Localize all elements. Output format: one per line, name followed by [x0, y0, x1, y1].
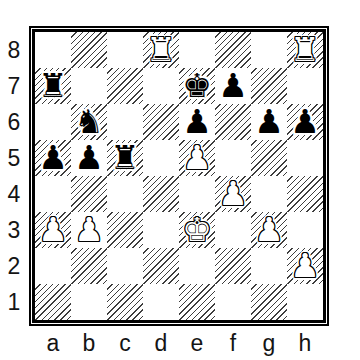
square-b5[interactable]: ♟	[71, 140, 107, 176]
square-c8[interactable]	[107, 32, 143, 68]
white-pawn-b3[interactable]: ♟	[74, 212, 104, 248]
square-g6[interactable]: ♟	[251, 104, 287, 140]
rank-label-1: 1	[2, 284, 26, 320]
square-h2[interactable]: ♟	[287, 248, 323, 284]
black-pawn-a5[interactable]: ♟	[38, 140, 68, 176]
black-pawn-f7[interactable]: ♟	[218, 68, 248, 104]
square-h7[interactable]	[287, 68, 323, 104]
white-pawn-g3[interactable]: ♟	[254, 212, 284, 248]
square-b8[interactable]	[71, 32, 107, 68]
board-inner-border: ♜♜♜♚♟♞♟♟♟♟♟♜♟♟♟♟♚♟♟	[32, 29, 326, 323]
square-c7[interactable]	[107, 68, 143, 104]
black-pawn-e6[interactable]: ♟	[182, 104, 212, 140]
square-b7[interactable]	[71, 68, 107, 104]
white-king-e3[interactable]: ♚	[182, 212, 212, 248]
square-d2[interactable]	[143, 248, 179, 284]
square-b2[interactable]	[71, 248, 107, 284]
white-pawn-a3[interactable]: ♟	[38, 212, 68, 248]
square-g3[interactable]: ♟	[251, 212, 287, 248]
square-e7[interactable]: ♚	[179, 68, 215, 104]
square-a3[interactable]: ♟	[35, 212, 71, 248]
square-f7[interactable]: ♟	[215, 68, 251, 104]
file-label-g: g	[251, 329, 287, 357]
square-b3[interactable]: ♟	[71, 212, 107, 248]
rank-label-7: 7	[2, 68, 26, 104]
chess-board: ♜♜♜♚♟♞♟♟♟♟♟♜♟♟♟♟♚♟♟	[35, 32, 323, 320]
square-e5[interactable]: ♟	[179, 140, 215, 176]
square-e3[interactable]: ♚	[179, 212, 215, 248]
square-d8[interactable]: ♜	[143, 32, 179, 68]
square-f5[interactable]	[215, 140, 251, 176]
file-label-d: d	[143, 329, 179, 357]
square-g2[interactable]	[251, 248, 287, 284]
square-d7[interactable]	[143, 68, 179, 104]
square-f3[interactable]	[215, 212, 251, 248]
black-pawn-g6[interactable]: ♟	[254, 104, 284, 140]
square-a1[interactable]	[35, 284, 71, 320]
square-d5[interactable]	[143, 140, 179, 176]
square-f2[interactable]	[215, 248, 251, 284]
file-labels: abcdefgh	[35, 329, 323, 357]
square-a2[interactable]	[35, 248, 71, 284]
file-label-h: h	[287, 329, 323, 357]
square-h4[interactable]	[287, 176, 323, 212]
file-label-b: b	[71, 329, 107, 357]
square-a6[interactable]	[35, 104, 71, 140]
black-knight-b6[interactable]: ♞	[74, 104, 104, 140]
black-rook-a7[interactable]: ♜	[38, 68, 68, 104]
square-e6[interactable]: ♟	[179, 104, 215, 140]
square-f6[interactable]	[215, 104, 251, 140]
file-label-a: a	[35, 329, 71, 357]
square-b6[interactable]: ♞	[71, 104, 107, 140]
square-f1[interactable]	[215, 284, 251, 320]
white-pawn-e5[interactable]: ♟	[182, 140, 212, 176]
square-g8[interactable]	[251, 32, 287, 68]
square-h8[interactable]: ♜	[287, 32, 323, 68]
rank-labels: 87654321	[2, 32, 26, 320]
rank-label-6: 6	[2, 104, 26, 140]
square-e1[interactable]	[179, 284, 215, 320]
rank-label-3: 3	[2, 212, 26, 248]
square-d3[interactable]	[143, 212, 179, 248]
chess-diagram: 87654321 ♜♜♜♚♟♞♟♟♟♟♟♜♟♟♟♟♚♟♟ abcdefgh	[0, 0, 360, 360]
square-d1[interactable]	[143, 284, 179, 320]
square-e8[interactable]	[179, 32, 215, 68]
square-h6[interactable]: ♟	[287, 104, 323, 140]
board-frame: ♜♜♜♚♟♞♟♟♟♟♟♜♟♟♟♟♚♟♟	[29, 26, 329, 326]
square-f4[interactable]: ♟	[215, 176, 251, 212]
square-d6[interactable]	[143, 104, 179, 140]
square-b4[interactable]	[71, 176, 107, 212]
square-g7[interactable]	[251, 68, 287, 104]
white-rook-h8[interactable]: ♜	[290, 32, 320, 68]
black-pawn-h6[interactable]: ♟	[290, 104, 320, 140]
file-label-c: c	[107, 329, 143, 357]
square-f8[interactable]	[215, 32, 251, 68]
black-rook-c5[interactable]: ♜	[110, 140, 140, 176]
square-e2[interactable]	[179, 248, 215, 284]
square-c1[interactable]	[107, 284, 143, 320]
black-king-e7[interactable]: ♚	[182, 68, 212, 104]
square-g5[interactable]	[251, 140, 287, 176]
square-c2[interactable]	[107, 248, 143, 284]
square-c4[interactable]	[107, 176, 143, 212]
square-g1[interactable]	[251, 284, 287, 320]
square-a4[interactable]	[35, 176, 71, 212]
square-g4[interactable]	[251, 176, 287, 212]
square-b1[interactable]	[71, 284, 107, 320]
black-pawn-b5[interactable]: ♟	[74, 140, 104, 176]
rank-label-2: 2	[2, 248, 26, 284]
file-label-f: f	[215, 329, 251, 357]
rank-label-5: 5	[2, 140, 26, 176]
square-h3[interactable]	[287, 212, 323, 248]
square-c5[interactable]: ♜	[107, 140, 143, 176]
rank-label-8: 8	[2, 32, 26, 68]
square-d4[interactable]	[143, 176, 179, 212]
square-c6[interactable]	[107, 104, 143, 140]
square-e4[interactable]	[179, 176, 215, 212]
square-a5[interactable]: ♟	[35, 140, 71, 176]
square-a7[interactable]: ♜	[35, 68, 71, 104]
square-c3[interactable]	[107, 212, 143, 248]
file-label-e: e	[179, 329, 215, 357]
white-pawn-h2[interactable]: ♟	[290, 248, 320, 284]
white-rook-d8[interactable]: ♜	[146, 32, 176, 68]
rank-label-4: 4	[2, 176, 26, 212]
white-pawn-f4[interactable]: ♟	[218, 176, 248, 212]
square-h5[interactable]	[287, 140, 323, 176]
square-h1[interactable]	[287, 284, 323, 320]
square-a8[interactable]	[35, 32, 71, 68]
